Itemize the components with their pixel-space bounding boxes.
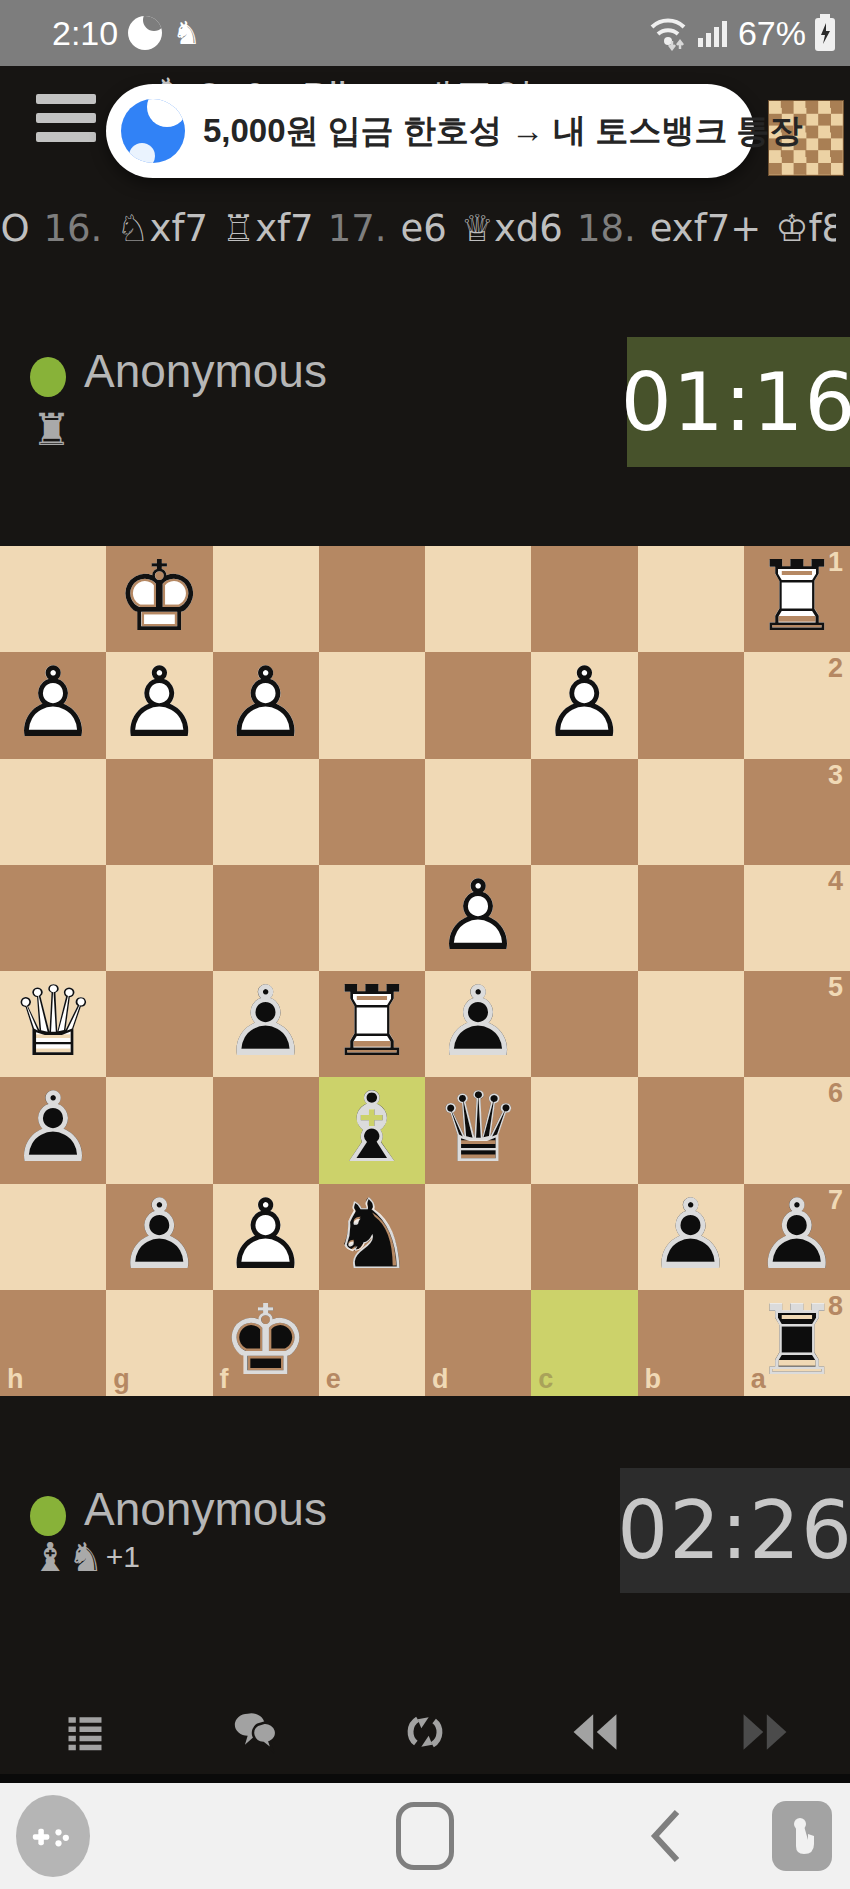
square-a3[interactable]: 3 bbox=[744, 759, 850, 865]
move-san[interactable]: ♘xf7 bbox=[116, 207, 208, 250]
square-e2[interactable] bbox=[319, 652, 425, 758]
square-b5[interactable] bbox=[638, 971, 744, 1077]
gamepad-icon bbox=[31, 1814, 75, 1858]
square-f8[interactable]: ♚♔f bbox=[213, 1290, 319, 1396]
square-d1[interactable] bbox=[425, 546, 531, 652]
square-f7[interactable]: ♟♙ bbox=[213, 1184, 319, 1290]
player-name-top[interactable]: Anonymous bbox=[84, 344, 327, 398]
square-g5[interactable] bbox=[106, 971, 212, 1077]
piece-white-pawn[interactable]: ♟♙ bbox=[213, 1184, 319, 1290]
square-a6[interactable]: 6 bbox=[744, 1077, 850, 1183]
square-c6[interactable] bbox=[531, 1077, 637, 1183]
piece-black-bishop[interactable]: ♝♗ bbox=[319, 1077, 425, 1183]
square-g4[interactable] bbox=[106, 865, 212, 971]
square-c5[interactable] bbox=[531, 971, 637, 1077]
square-h8[interactable]: h bbox=[0, 1290, 106, 1396]
coord-rank-2: 2 bbox=[828, 653, 843, 684]
square-f5[interactable]: ♟♙ bbox=[213, 971, 319, 1077]
chess-board[interactable]: ♚♔♜♖1♟♙♟♙♟♙♟♙23♟♙4♛♕♟♙♜♖♟♙5♟♙♝♗♛♕6♟♙♟♙♞♘… bbox=[0, 546, 850, 1396]
square-b3[interactable] bbox=[638, 759, 744, 865]
game-launcher-button[interactable] bbox=[16, 1795, 90, 1877]
back-chevron-icon bbox=[649, 1808, 683, 1864]
square-h2[interactable]: ♟♙ bbox=[0, 652, 106, 758]
square-b4[interactable] bbox=[638, 865, 744, 971]
coord-file-a: a bbox=[751, 1364, 766, 1395]
move-san[interactable]: e6 bbox=[400, 207, 446, 250]
square-e6[interactable]: ♝♗ bbox=[319, 1077, 425, 1183]
flip-icon bbox=[403, 1708, 447, 1756]
captured-pieces-bottom: ♝♞ +1 bbox=[32, 1534, 140, 1580]
coord-rank-6: 6 bbox=[828, 1078, 843, 1109]
toast-message: 5,000원 입금 한호성 → 내 토스뱅크 통장 bbox=[203, 109, 803, 154]
status-time: 2:10 bbox=[52, 14, 118, 53]
piece-black-knight[interactable]: ♞♘ bbox=[319, 1184, 425, 1290]
edge-panel-button[interactable] bbox=[772, 1801, 832, 1871]
material-advantage: +1 bbox=[106, 1540, 140, 1574]
piece-black-pawn[interactable]: ♟♙ bbox=[0, 1077, 106, 1183]
coord-file-h: h bbox=[7, 1364, 24, 1395]
player-name-bottom[interactable]: Anonymous bbox=[84, 1482, 327, 1536]
square-h7[interactable] bbox=[0, 1184, 106, 1290]
menu-button[interactable] bbox=[36, 94, 96, 146]
game-toolbar bbox=[0, 1688, 850, 1776]
battery-percent: 67% bbox=[738, 14, 806, 53]
square-b8[interactable]: b bbox=[638, 1290, 744, 1396]
piece-white-pawn[interactable]: ♟♙ bbox=[213, 652, 319, 758]
square-g6[interactable] bbox=[106, 1077, 212, 1183]
piece-white-pawn[interactable]: ♟♙ bbox=[0, 652, 106, 758]
fast-forward-icon bbox=[740, 1710, 790, 1754]
piece-white-pawn[interactable]: ♟♙ bbox=[106, 652, 212, 758]
square-a7[interactable]: ♟♙7 bbox=[744, 1184, 850, 1290]
recents-button[interactable] bbox=[152, 1783, 226, 1889]
coord-rank-4: 4 bbox=[828, 866, 843, 897]
square-e3[interactable] bbox=[319, 759, 425, 865]
move-san[interactable]: ♕xd6 bbox=[461, 207, 563, 250]
square-c1[interactable] bbox=[531, 546, 637, 652]
square-a1[interactable]: ♜♖1 bbox=[744, 546, 850, 652]
move-san[interactable]: ♖xf7 bbox=[222, 207, 314, 250]
square-e7[interactable]: ♞♘ bbox=[319, 1184, 425, 1290]
move-number[interactable]: 18. bbox=[577, 207, 636, 250]
moves-list-button[interactable] bbox=[0, 1688, 170, 1776]
signal-strength-icon bbox=[696, 16, 730, 50]
flip-board-button[interactable] bbox=[340, 1688, 510, 1776]
fast-forward-button[interactable] bbox=[680, 1688, 850, 1776]
piece-black-pawn[interactable]: ♟♙ bbox=[425, 971, 531, 1077]
chat-button[interactable] bbox=[170, 1688, 340, 1776]
move-number[interactable]: 16. bbox=[44, 207, 103, 250]
square-g7[interactable]: ♟♙ bbox=[106, 1184, 212, 1290]
coord-file-g: g bbox=[113, 1364, 130, 1395]
piece-white-rook[interactable]: ♜♖ bbox=[319, 971, 425, 1077]
captured-glyphs-bottom: ♝♞ bbox=[32, 1534, 104, 1580]
square-d8[interactable]: d bbox=[425, 1290, 531, 1396]
move-number[interactable]: 17. bbox=[328, 207, 387, 250]
coord-file-c: c bbox=[538, 1364, 553, 1395]
coord-rank-5: 5 bbox=[828, 972, 843, 1003]
move-san[interactable]: ♔f8 bbox=[775, 207, 836, 250]
online-dot-top bbox=[30, 357, 66, 397]
square-a2[interactable]: 2 bbox=[744, 652, 850, 758]
coord-rank-1: 1 bbox=[828, 547, 843, 578]
square-c2[interactable]: ♟♙ bbox=[531, 652, 637, 758]
coord-rank-7: 7 bbox=[828, 1185, 843, 1216]
move-san[interactable]: -O bbox=[0, 207, 30, 250]
piece-black-pawn[interactable]: ♟♙ bbox=[638, 1184, 744, 1290]
square-c4[interactable] bbox=[531, 865, 637, 971]
square-d5[interactable]: ♟♙ bbox=[425, 971, 531, 1077]
square-c3[interactable] bbox=[531, 759, 637, 865]
square-c7[interactable] bbox=[531, 1184, 637, 1290]
square-g8[interactable]: g bbox=[106, 1290, 212, 1396]
square-e5[interactable]: ♜♖ bbox=[319, 971, 425, 1077]
square-h3[interactable] bbox=[0, 759, 106, 865]
piece-white-king[interactable]: ♚♔ bbox=[106, 546, 212, 652]
coord-file-f: f bbox=[220, 1364, 229, 1395]
piece-black-pawn[interactable]: ♟♙ bbox=[106, 1184, 212, 1290]
square-h6[interactable]: ♟♙ bbox=[0, 1077, 106, 1183]
app-header: ♞ 2+0 • Blitz • 캐주얼 5,000원 입금 한호성 → 내 토스… bbox=[0, 66, 850, 216]
piece-white-queen[interactable]: ♛♕ bbox=[0, 971, 106, 1077]
square-h5[interactable]: ♛♕ bbox=[0, 971, 106, 1077]
captured-pieces-top: ♜ bbox=[32, 404, 71, 455]
back-button[interactable] bbox=[640, 1783, 692, 1889]
clock-bottom: 02:26 bbox=[620, 1468, 850, 1593]
square-b2[interactable] bbox=[638, 652, 744, 758]
square-d4[interactable]: ♟♙ bbox=[425, 865, 531, 971]
square-a4[interactable]: 4 bbox=[744, 865, 850, 971]
piece-black-queen[interactable]: ♛♕ bbox=[425, 1077, 531, 1183]
status-bar: 2:10 ♞ 67% bbox=[0, 0, 850, 66]
square-b7[interactable]: ♟♙ bbox=[638, 1184, 744, 1290]
square-f4[interactable] bbox=[213, 865, 319, 971]
clock-top: 01:16 bbox=[627, 337, 850, 467]
square-d7[interactable] bbox=[425, 1184, 531, 1290]
coord-file-e: e bbox=[326, 1364, 341, 1395]
square-g3[interactable] bbox=[106, 759, 212, 865]
square-c8[interactable]: c bbox=[531, 1290, 637, 1396]
square-f2[interactable]: ♟♙ bbox=[213, 652, 319, 758]
square-g2[interactable]: ♟♙ bbox=[106, 652, 212, 758]
square-e1[interactable] bbox=[319, 546, 425, 652]
square-g1[interactable]: ♚♔ bbox=[106, 546, 212, 652]
square-h1[interactable] bbox=[0, 546, 106, 652]
square-e4[interactable] bbox=[319, 865, 425, 971]
coord-file-d: d bbox=[432, 1364, 449, 1395]
online-dot-bottom bbox=[30, 1496, 66, 1536]
square-a8[interactable]: ♜♖a8 bbox=[744, 1290, 850, 1396]
square-f6[interactable] bbox=[213, 1077, 319, 1183]
home-button[interactable] bbox=[394, 1783, 456, 1889]
rewind-button[interactable] bbox=[510, 1688, 680, 1776]
piece-white-pawn[interactable]: ♟♙ bbox=[531, 652, 637, 758]
square-e8[interactable]: e bbox=[319, 1290, 425, 1396]
square-f1[interactable] bbox=[213, 546, 319, 652]
list-icon bbox=[62, 1710, 108, 1754]
battery-charging-icon bbox=[814, 14, 836, 52]
screen: 2:10 ♞ 67% bbox=[0, 0, 850, 1889]
toss-notification-icon bbox=[128, 16, 162, 50]
square-d3[interactable] bbox=[425, 759, 531, 865]
move-san[interactable]: exf7+ bbox=[650, 207, 762, 250]
piece-black-pawn[interactable]: ♟♙ bbox=[213, 971, 319, 1077]
piece-white-pawn[interactable]: ♟♙ bbox=[425, 865, 531, 971]
square-d2[interactable] bbox=[425, 652, 531, 758]
bank-notification-toast[interactable]: 5,000원 입금 한호성 → 내 토스뱅크 통장 bbox=[106, 84, 754, 178]
home-squircle-icon bbox=[396, 1802, 454, 1870]
chat-bubbles-icon bbox=[231, 1710, 279, 1754]
square-d6[interactable]: ♛♕ bbox=[425, 1077, 531, 1183]
square-b1[interactable] bbox=[638, 546, 744, 652]
move-list[interactable]: -O16.♘xf7♖xf717.e6♕xd618.exf7+♔f819.♖e5♗… bbox=[0, 202, 836, 256]
square-f3[interactable] bbox=[213, 759, 319, 865]
android-nav-bar bbox=[0, 1783, 850, 1889]
chess-knight-notification-icon: ♞ bbox=[172, 17, 201, 49]
coord-rank-3: 3 bbox=[828, 760, 843, 791]
square-h4[interactable] bbox=[0, 865, 106, 971]
square-a5[interactable]: 5 bbox=[744, 971, 850, 1077]
divider bbox=[0, 1774, 850, 1783]
coord-rank-8: 8 bbox=[828, 1291, 843, 1322]
wifi-icon bbox=[648, 15, 688, 51]
square-b6[interactable] bbox=[638, 1077, 744, 1183]
coord-file-b: b bbox=[645, 1364, 662, 1395]
toss-app-icon bbox=[121, 99, 185, 163]
rewind-icon bbox=[570, 1710, 620, 1754]
hand-touch-icon bbox=[784, 1814, 820, 1858]
